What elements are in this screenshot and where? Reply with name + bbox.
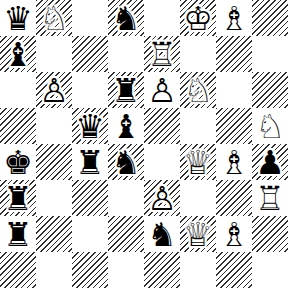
square-b4[interactable] — [36, 144, 72, 180]
white-bishop-piece: ♗ — [219, 2, 249, 35]
square-g3[interactable] — [216, 180, 252, 216]
white-pawn-piece: ♙ — [39, 74, 69, 107]
square-b5[interactable] — [36, 108, 72, 144]
square-b1[interactable] — [36, 252, 72, 288]
white-knight-piece: ♘ — [183, 74, 213, 107]
square-h8[interactable] — [252, 0, 288, 36]
white-pawn-piece: ♙ — [147, 74, 177, 107]
square-b3[interactable] — [36, 180, 72, 216]
black-rook-piece: ♜ — [3, 218, 33, 251]
square-h1[interactable] — [252, 252, 288, 288]
square-h5[interactable]: ♘ — [252, 108, 288, 144]
square-a7[interactable]: ♝ — [0, 36, 36, 72]
square-e2[interactable]: ♞ — [144, 216, 180, 252]
square-g1[interactable] — [216, 252, 252, 288]
square-a4[interactable]: ♚ — [0, 144, 36, 180]
square-d2[interactable] — [108, 216, 144, 252]
square-a3[interactable]: ♜ — [0, 180, 36, 216]
white-rook-piece: ♖ — [255, 182, 285, 215]
white-rook-piece: ♖ — [147, 38, 177, 71]
square-f5[interactable] — [180, 108, 216, 144]
square-f7[interactable] — [180, 36, 216, 72]
square-d1[interactable] — [108, 252, 144, 288]
square-h3[interactable]: ♖ — [252, 180, 288, 216]
square-f8[interactable]: ♔ — [180, 0, 216, 36]
square-c1[interactable] — [72, 252, 108, 288]
square-h6[interactable] — [252, 72, 288, 108]
white-king-piece: ♔ — [183, 2, 213, 35]
square-b2[interactable] — [36, 216, 72, 252]
white-queen-piece: ♕ — [183, 146, 213, 179]
square-e1[interactable] — [144, 252, 180, 288]
square-a5[interactable] — [0, 108, 36, 144]
black-bishop-piece: ♝ — [111, 110, 141, 143]
square-f3[interactable] — [180, 180, 216, 216]
square-f1[interactable] — [180, 252, 216, 288]
black-bishop-piece: ♝ — [3, 38, 33, 71]
square-e8[interactable] — [144, 0, 180, 36]
square-c3[interactable] — [72, 180, 108, 216]
square-g7[interactable] — [216, 36, 252, 72]
square-c8[interactable] — [72, 0, 108, 36]
square-d7[interactable] — [108, 36, 144, 72]
square-e6[interactable]: ♙ — [144, 72, 180, 108]
square-b7[interactable] — [36, 36, 72, 72]
square-d8[interactable]: ♞ — [108, 0, 144, 36]
square-c7[interactable] — [72, 36, 108, 72]
square-g5[interactable] — [216, 108, 252, 144]
square-h7[interactable] — [252, 36, 288, 72]
square-c6[interactable] — [72, 72, 108, 108]
black-rook-piece: ♜ — [75, 146, 105, 179]
square-f6[interactable]: ♘ — [180, 72, 216, 108]
square-g2[interactable]: ♗ — [216, 216, 252, 252]
square-e4[interactable] — [144, 144, 180, 180]
black-king-piece: ♚ — [3, 146, 33, 179]
black-rook-piece: ♜ — [3, 182, 33, 215]
square-g4[interactable]: ♗ — [216, 144, 252, 180]
white-bishop-piece: ♗ — [219, 146, 249, 179]
square-f2[interactable]: ♕ — [180, 216, 216, 252]
square-b8[interactable]: ♘ — [36, 0, 72, 36]
black-knight-piece: ♞ — [111, 146, 141, 179]
chess-board: ♛♘♞♔♗♝♖♙♜♙♘♛♝♘♚♜♞♕♗♟♜♙♖♜♞♕♗ — [0, 0, 288, 288]
square-a6[interactable] — [0, 72, 36, 108]
square-g6[interactable] — [216, 72, 252, 108]
white-bishop-piece: ♗ — [219, 218, 249, 251]
black-knight-piece: ♞ — [147, 218, 177, 251]
black-pawn-piece: ♟ — [255, 146, 285, 179]
white-queen-piece: ♕ — [183, 218, 213, 251]
square-d3[interactable] — [108, 180, 144, 216]
white-knight-piece: ♘ — [255, 110, 285, 143]
square-a1[interactable] — [0, 252, 36, 288]
square-d6[interactable]: ♜ — [108, 72, 144, 108]
square-c2[interactable] — [72, 216, 108, 252]
square-d4[interactable]: ♞ — [108, 144, 144, 180]
black-queen-piece: ♛ — [75, 110, 105, 143]
square-a8[interactable]: ♛ — [0, 0, 36, 36]
square-b6[interactable]: ♙ — [36, 72, 72, 108]
white-pawn-piece: ♙ — [147, 182, 177, 215]
black-knight-piece: ♞ — [111, 2, 141, 35]
square-g8[interactable]: ♗ — [216, 0, 252, 36]
square-e3[interactable]: ♙ — [144, 180, 180, 216]
black-queen-piece: ♛ — [3, 2, 33, 35]
square-c4[interactable]: ♜ — [72, 144, 108, 180]
square-c5[interactable]: ♛ — [72, 108, 108, 144]
square-f4[interactable]: ♕ — [180, 144, 216, 180]
square-h2[interactable] — [252, 216, 288, 252]
square-a2[interactable]: ♜ — [0, 216, 36, 252]
white-knight-piece: ♘ — [39, 2, 69, 35]
square-e7[interactable]: ♖ — [144, 36, 180, 72]
black-rook-piece: ♜ — [111, 74, 141, 107]
square-h4[interactable]: ♟ — [252, 144, 288, 180]
square-e5[interactable] — [144, 108, 180, 144]
square-d5[interactable]: ♝ — [108, 108, 144, 144]
